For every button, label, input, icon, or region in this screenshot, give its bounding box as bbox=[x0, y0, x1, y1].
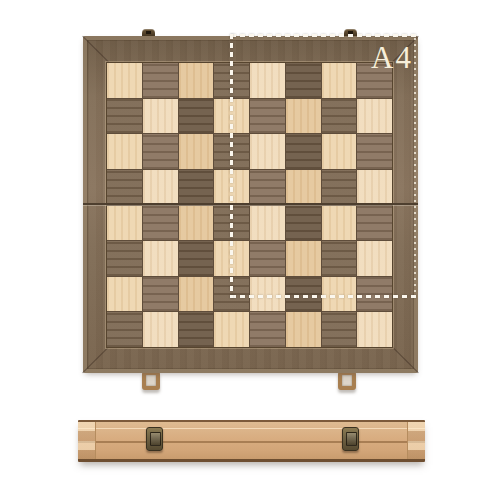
latch-hasp-icon bbox=[346, 432, 357, 446]
square-f3 bbox=[286, 241, 321, 276]
square-h7 bbox=[357, 99, 392, 134]
box-lid-seam bbox=[78, 441, 425, 443]
square-c3 bbox=[179, 241, 214, 276]
square-d1 bbox=[214, 312, 249, 347]
square-h5 bbox=[357, 170, 392, 205]
square-g8 bbox=[322, 63, 357, 98]
square-b1 bbox=[143, 312, 178, 347]
square-a7 bbox=[107, 99, 142, 134]
folded-box-side-view bbox=[78, 420, 425, 462]
square-a6 bbox=[107, 134, 142, 169]
box-highlight-line bbox=[78, 428, 425, 429]
square-c6 bbox=[179, 134, 214, 169]
frame-miter-joint bbox=[82, 36, 110, 64]
clasp-loop-icon bbox=[338, 371, 356, 390]
square-a3 bbox=[107, 241, 142, 276]
square-b6 bbox=[143, 134, 178, 169]
square-g1 bbox=[322, 312, 357, 347]
square-f5 bbox=[286, 170, 321, 205]
finger-joint-right bbox=[407, 422, 425, 459]
square-a5 bbox=[107, 170, 142, 205]
finger-joint-left bbox=[78, 422, 96, 459]
board-grid bbox=[107, 63, 392, 347]
square-b5 bbox=[143, 170, 178, 205]
square-e7 bbox=[250, 99, 285, 134]
latch-hasp-icon bbox=[150, 432, 161, 446]
square-a2 bbox=[107, 277, 142, 312]
square-e8 bbox=[250, 63, 285, 98]
clasp-loop-icon bbox=[142, 371, 160, 390]
square-b8 bbox=[143, 63, 178, 98]
square-g7 bbox=[322, 99, 357, 134]
square-g5 bbox=[322, 170, 357, 205]
square-c4 bbox=[179, 206, 214, 241]
a4-dashed-line-left bbox=[230, 34, 233, 298]
box-latch-icon bbox=[342, 427, 359, 451]
square-f6 bbox=[286, 134, 321, 169]
square-a8 bbox=[107, 63, 142, 98]
board-fold-seam bbox=[83, 203, 418, 205]
square-a1 bbox=[107, 312, 142, 347]
square-c2 bbox=[179, 277, 214, 312]
square-g4 bbox=[322, 206, 357, 241]
box-latch-icon bbox=[146, 427, 163, 451]
square-b2 bbox=[143, 277, 178, 312]
product-photo: A4 bbox=[0, 0, 500, 500]
square-h3 bbox=[357, 241, 392, 276]
square-e4 bbox=[250, 206, 285, 241]
square-e3 bbox=[250, 241, 285, 276]
a4-dashed-line-bottom bbox=[231, 295, 417, 298]
square-f8 bbox=[286, 63, 321, 98]
square-e5 bbox=[250, 170, 285, 205]
square-h6 bbox=[357, 134, 392, 169]
square-b4 bbox=[143, 206, 178, 241]
square-c1 bbox=[179, 312, 214, 347]
square-f7 bbox=[286, 99, 321, 134]
hinge-pin-icon bbox=[146, 31, 151, 34]
chess-board bbox=[83, 36, 418, 373]
square-c8 bbox=[179, 63, 214, 98]
square-g3 bbox=[322, 241, 357, 276]
square-b7 bbox=[143, 99, 178, 134]
square-h4 bbox=[357, 206, 392, 241]
square-f1 bbox=[286, 312, 321, 347]
square-e1 bbox=[250, 312, 285, 347]
frame-miter-joint bbox=[82, 346, 110, 374]
a4-size-label: A4 bbox=[371, 40, 413, 76]
square-h1 bbox=[357, 312, 392, 347]
a4-dotted-line-right bbox=[414, 38, 416, 295]
square-a4 bbox=[107, 206, 142, 241]
square-g6 bbox=[322, 134, 357, 169]
square-f4 bbox=[286, 206, 321, 241]
frame-miter-joint bbox=[391, 346, 419, 374]
square-b3 bbox=[143, 241, 178, 276]
a4-dashed-line-top bbox=[231, 34, 417, 37]
square-c7 bbox=[179, 99, 214, 134]
square-c5 bbox=[179, 170, 214, 205]
square-e6 bbox=[250, 134, 285, 169]
